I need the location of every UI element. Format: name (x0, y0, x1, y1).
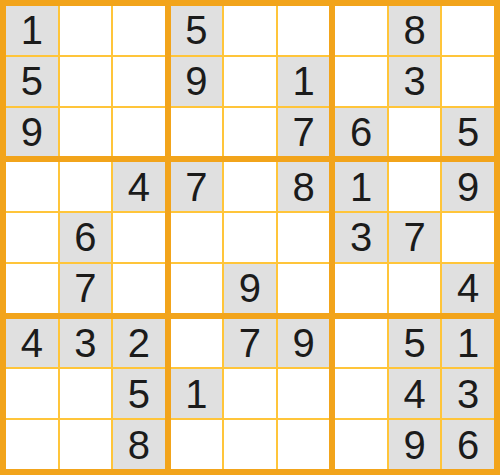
sudoku-cell-r3c6: 7 (278, 108, 330, 157)
sudoku-cell-r1c3[interactable] (113, 6, 165, 55)
sudoku-cell-r5c5[interactable] (224, 213, 276, 262)
sudoku-cell-r4c6: 8 (278, 162, 330, 211)
sudoku-cell-r1c8: 8 (389, 6, 441, 55)
sudoku-cell-r6c3[interactable] (113, 264, 165, 313)
sudoku-cell-r8c7[interactable] (335, 369, 387, 418)
sudoku-cell-r8c9: 3 (442, 369, 494, 418)
sudoku-block-4: 467 (6, 162, 165, 312)
sudoku-block-7: 43258 (6, 319, 165, 469)
sudoku-cell-r5c4[interactable] (171, 213, 223, 262)
sudoku-cell-r2c8: 3 (389, 57, 441, 106)
sudoku-cell-r2c7[interactable] (335, 57, 387, 106)
sudoku-cell-r8c4: 1 (171, 369, 223, 418)
sudoku-cell-r5c1[interactable] (6, 213, 58, 262)
sudoku-block-2: 5917 (171, 6, 330, 156)
sudoku-cell-r1c2[interactable] (60, 6, 112, 55)
sudoku-cell-r9c3: 8 (113, 420, 165, 469)
sudoku-cell-r1c9[interactable] (442, 6, 494, 55)
sudoku-cell-r8c1[interactable] (6, 369, 58, 418)
sudoku-cell-r8c5[interactable] (224, 369, 276, 418)
sudoku-cell-r3c8[interactable] (389, 108, 441, 157)
sudoku-cell-r5c9[interactable] (442, 213, 494, 262)
sudoku-cell-r4c1[interactable] (6, 162, 58, 211)
sudoku-cell-r8c3: 5 (113, 369, 165, 418)
sudoku-cell-r6c5: 9 (224, 264, 276, 313)
sudoku-cell-r6c4[interactable] (171, 264, 223, 313)
sudoku-cell-r7c1: 4 (6, 319, 58, 368)
sudoku-cell-r4c5[interactable] (224, 162, 276, 211)
sudoku-cell-r9c2[interactable] (60, 420, 112, 469)
sudoku-cell-r8c2[interactable] (60, 369, 112, 418)
sudoku-cell-r6c1[interactable] (6, 264, 58, 313)
sudoku-cell-r6c8[interactable] (389, 264, 441, 313)
sudoku-cell-r9c8: 9 (389, 420, 441, 469)
sudoku-cell-r1c7[interactable] (335, 6, 387, 55)
sudoku-cell-r7c9: 1 (442, 319, 494, 368)
sudoku-cell-r4c9: 9 (442, 162, 494, 211)
sudoku-cell-r1c4: 5 (171, 6, 223, 55)
sudoku-cell-r4c8[interactable] (389, 162, 441, 211)
sudoku-cell-r5c8: 7 (389, 213, 441, 262)
sudoku-cell-r1c6[interactable] (278, 6, 330, 55)
sudoku-cell-r6c9: 4 (442, 264, 494, 313)
sudoku-cell-r2c9[interactable] (442, 57, 494, 106)
sudoku-cell-r3c1: 9 (6, 108, 58, 157)
sudoku-cell-r5c6[interactable] (278, 213, 330, 262)
sudoku-cell-r2c1: 5 (6, 57, 58, 106)
sudoku-cell-r3c3[interactable] (113, 108, 165, 157)
sudoku-cell-r2c3[interactable] (113, 57, 165, 106)
sudoku-cell-r2c6: 1 (278, 57, 330, 106)
sudoku-cell-r4c2[interactable] (60, 162, 112, 211)
sudoku-cell-r9c9: 6 (442, 420, 494, 469)
sudoku-block-1: 159 (6, 6, 165, 156)
sudoku-cell-r9c5[interactable] (224, 420, 276, 469)
sudoku-block-9: 514396 (335, 319, 494, 469)
sudoku-cell-r7c4[interactable] (171, 319, 223, 368)
sudoku-block-8: 791 (171, 319, 330, 469)
sudoku-cell-r2c5[interactable] (224, 57, 276, 106)
sudoku-board: 159591783654677891937443258791514396 (0, 0, 500, 475)
sudoku-cell-r3c4[interactable] (171, 108, 223, 157)
sudoku-cell-r8c8: 4 (389, 369, 441, 418)
sudoku-cell-r7c3: 2 (113, 319, 165, 368)
sudoku-cell-r5c3[interactable] (113, 213, 165, 262)
sudoku-cell-r1c1: 1 (6, 6, 58, 55)
sudoku-cell-r7c2: 3 (60, 319, 112, 368)
sudoku-cell-r7c8: 5 (389, 319, 441, 368)
sudoku-cell-r3c7: 6 (335, 108, 387, 157)
sudoku-cell-r2c2[interactable] (60, 57, 112, 106)
sudoku-cell-r4c3: 4 (113, 162, 165, 211)
sudoku-cell-r8c6[interactable] (278, 369, 330, 418)
sudoku-cell-r1c5[interactable] (224, 6, 276, 55)
sudoku-cell-r3c9: 5 (442, 108, 494, 157)
sudoku-cell-r6c7[interactable] (335, 264, 387, 313)
sudoku-block-3: 8365 (335, 6, 494, 156)
sudoku-cell-r7c5: 7 (224, 319, 276, 368)
sudoku-cell-r3c2[interactable] (60, 108, 112, 157)
sudoku-cell-r5c2: 6 (60, 213, 112, 262)
sudoku-cell-r4c7: 1 (335, 162, 387, 211)
sudoku-block-5: 789 (171, 162, 330, 312)
sudoku-cell-r3c5[interactable] (224, 108, 276, 157)
sudoku-cell-r2c4: 9 (171, 57, 223, 106)
sudoku-cell-r9c1[interactable] (6, 420, 58, 469)
sudoku-cell-r7c6: 9 (278, 319, 330, 368)
sudoku-cell-r7c7[interactable] (335, 319, 387, 368)
sudoku-cell-r9c6[interactable] (278, 420, 330, 469)
sudoku-cell-r9c7[interactable] (335, 420, 387, 469)
sudoku-cell-r6c2: 7 (60, 264, 112, 313)
sudoku-cell-r6c6[interactable] (278, 264, 330, 313)
sudoku-cell-r4c4: 7 (171, 162, 223, 211)
sudoku-cell-r9c4[interactable] (171, 420, 223, 469)
sudoku-block-6: 19374 (335, 162, 494, 312)
sudoku-cell-r5c7: 3 (335, 213, 387, 262)
